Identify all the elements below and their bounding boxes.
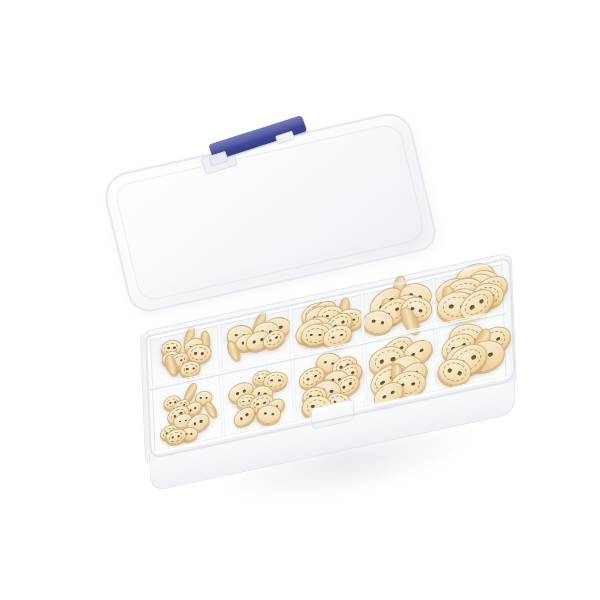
- button-hole: [167, 347, 170, 349]
- product-photo-scene: [0, 0, 600, 600]
- button-hole: [205, 396, 207, 398]
- button-hole: [200, 396, 202, 398]
- button-hole: [253, 340, 256, 343]
- button-hole: [382, 395, 387, 400]
- lid-molding: [113, 122, 426, 303]
- stitch-ring: [266, 375, 285, 388]
- button-hole: [245, 413, 248, 416]
- button-hole: [239, 417, 242, 420]
- button-hole: [488, 353, 493, 358]
- stitch-ring: [441, 360, 470, 383]
- button-hole: [263, 412, 266, 415]
- button-hole: [323, 361, 327, 364]
- stitch-ring: [189, 346, 208, 359]
- button-hole: [371, 320, 376, 324]
- button-hole: [194, 406, 196, 408]
- button-hole: [241, 342, 244, 345]
- button-hole: [190, 433, 192, 435]
- latch-notch: [275, 131, 295, 145]
- button-hole: [448, 304, 454, 308]
- button-hole: [190, 409, 192, 411]
- button-hole: [193, 422, 196, 425]
- button-hole: [270, 413, 273, 416]
- button-hole: [235, 392, 238, 395]
- button-hole: [169, 402, 171, 404]
- button-hole: [419, 348, 423, 352]
- button-hole: [200, 419, 203, 422]
- button-hole: [235, 333, 238, 336]
- button-hole: [390, 390, 395, 395]
- button-hole: [173, 347, 176, 349]
- button-hole: [380, 321, 385, 325]
- button-hole: [243, 389, 246, 392]
- button-hole: [179, 420, 181, 422]
